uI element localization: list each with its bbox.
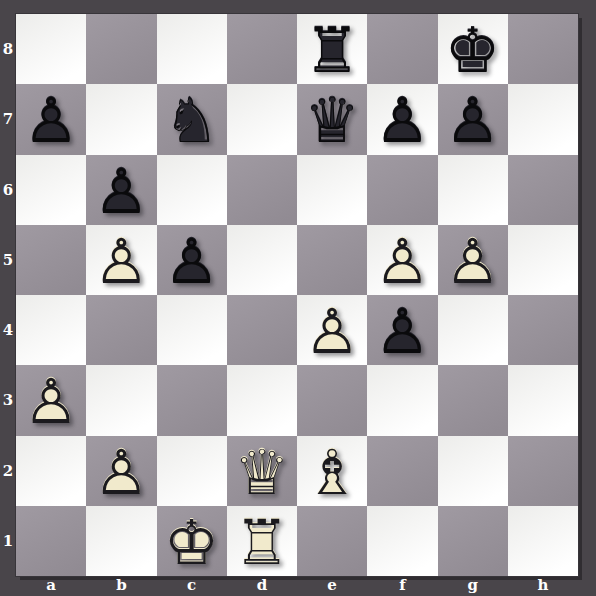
piece-outline-glyph: ♙	[438, 85, 508, 155]
square-f6[interactable]	[367, 155, 437, 225]
square-a7[interactable]: ♟♙	[16, 84, 86, 154]
piece-outline-glyph-char: ♙	[375, 90, 431, 152]
piece-outline-glyph-char: ♔	[445, 20, 501, 82]
square-a6[interactable]	[16, 155, 86, 225]
piece-white-queen[interactable]: ♛♕	[227, 436, 297, 506]
rank-label-6: 6	[0, 155, 16, 225]
square-d8[interactable]	[227, 14, 297, 84]
rank-label-3: 3	[0, 365, 16, 435]
piece-white-pawn[interactable]: ♟♙	[297, 295, 367, 365]
piece-outline-glyph-char: ♖	[304, 20, 360, 82]
square-e6[interactable]	[297, 155, 367, 225]
piece-outline-glyph-char: ♙	[375, 301, 431, 363]
piece-outline-glyph-char: ♙	[23, 371, 79, 433]
piece-white-pawn[interactable]: ♟♙	[16, 365, 86, 435]
square-f5[interactable]: ♟♙	[367, 225, 437, 295]
square-f4[interactable]: ♟♙	[367, 295, 437, 365]
piece-outline-glyph: ♔	[438, 15, 508, 85]
file-label-a: a	[16, 578, 86, 596]
rank-label-5: 5	[0, 225, 16, 295]
square-b4[interactable]	[86, 295, 156, 365]
piece-white-pawn[interactable]: ♟♙	[367, 225, 437, 295]
square-b7[interactable]	[86, 84, 156, 154]
square-d6[interactable]	[227, 155, 297, 225]
square-a8[interactable]	[16, 14, 86, 84]
piece-outline-glyph-char: ♘	[164, 90, 220, 152]
square-c6[interactable]	[157, 155, 227, 225]
rank-label-8: 8	[0, 14, 16, 84]
piece-black-pawn[interactable]: ♟♙	[438, 84, 508, 154]
piece-white-pawn[interactable]: ♟♙	[86, 436, 156, 506]
piece-outline-glyph-char: ♖	[234, 512, 290, 574]
square-c8[interactable]	[157, 14, 227, 84]
piece-outline-glyph: ♙	[86, 437, 156, 507]
piece-outline-glyph: ♕	[227, 437, 297, 507]
square-b5[interactable]: ♟♙	[86, 225, 156, 295]
rank-label-4: 4	[0, 295, 16, 365]
square-b2[interactable]: ♟♙	[86, 436, 156, 506]
piece-outline-glyph-char: ♙	[445, 231, 501, 293]
square-f8[interactable]	[367, 14, 437, 84]
square-d7[interactable]	[227, 84, 297, 154]
piece-black-rook[interactable]: ♜♖	[297, 14, 367, 84]
piece-outline-glyph-char: ♙	[94, 231, 150, 293]
square-c3[interactable]	[157, 365, 227, 435]
piece-outline-glyph-char: ♙	[304, 301, 360, 363]
square-g7[interactable]: ♟♙	[438, 84, 508, 154]
square-f1[interactable]	[367, 506, 437, 576]
square-a1[interactable]	[16, 506, 86, 576]
square-b8[interactable]	[86, 14, 156, 84]
piece-outline-glyph: ♘	[157, 85, 227, 155]
square-d5[interactable]	[227, 225, 297, 295]
square-h5[interactable]	[508, 225, 578, 295]
piece-outline-glyph: ♙	[297, 296, 367, 366]
square-e5[interactable]	[297, 225, 367, 295]
piece-outline-glyph: ♙	[86, 156, 156, 226]
square-e2[interactable]: ♝♗	[297, 436, 367, 506]
file-label-f: f	[367, 578, 437, 596]
square-d2[interactable]: ♛♕	[227, 436, 297, 506]
file-label-h: h	[508, 578, 578, 596]
piece-black-queen[interactable]: ♛♕	[297, 84, 367, 154]
piece-outline-glyph-char: ♙	[94, 161, 150, 223]
piece-outline-glyph: ♕	[297, 85, 367, 155]
piece-black-knight[interactable]: ♞♘	[157, 84, 227, 154]
square-b1[interactable]	[86, 506, 156, 576]
square-e8[interactable]: ♜♖	[297, 14, 367, 84]
piece-outline-glyph: ♙	[86, 226, 156, 296]
piece-black-pawn[interactable]: ♟♙	[157, 225, 227, 295]
piece-outline-glyph-char: ♙	[94, 442, 150, 504]
square-h8[interactable]	[508, 14, 578, 84]
piece-white-rook[interactable]: ♜♖	[227, 506, 297, 576]
piece-outline-glyph: ♙	[438, 226, 508, 296]
piece-outline-glyph-char: ♙	[445, 90, 501, 152]
piece-outline-glyph: ♙	[367, 85, 437, 155]
square-g3[interactable]	[438, 365, 508, 435]
square-h7[interactable]	[508, 84, 578, 154]
piece-black-pawn[interactable]: ♟♙	[16, 84, 86, 154]
square-b3[interactable]	[86, 365, 156, 435]
piece-outline-glyph-char: ♙	[164, 231, 220, 293]
square-g4[interactable]	[438, 295, 508, 365]
square-g5[interactable]: ♟♙	[438, 225, 508, 295]
square-a4[interactable]	[16, 295, 86, 365]
square-h3[interactable]	[508, 365, 578, 435]
square-d4[interactable]	[227, 295, 297, 365]
rank-label-2: 2	[0, 436, 16, 506]
square-g2[interactable]	[438, 436, 508, 506]
square-h2[interactable]	[508, 436, 578, 506]
piece-white-pawn[interactable]: ♟♙	[438, 225, 508, 295]
piece-outline-glyph: ♙	[157, 226, 227, 296]
square-g8[interactable]: ♚♔	[438, 14, 508, 84]
chess-diagram: 87654321 ♜♖♚♔♟♙♞♘♛♕♟♙♟♙♟♙♟♙♟♙♟♙♟♙♟♙♟♙♟♙♟…	[0, 0, 596, 596]
square-e3[interactable]	[297, 365, 367, 435]
file-label-g: g	[438, 578, 508, 596]
file-label-d: d	[227, 578, 297, 596]
square-c7[interactable]: ♞♘	[157, 84, 227, 154]
square-c5[interactable]: ♟♙	[157, 225, 227, 295]
chess-board: ♜♖♚♔♟♙♞♘♛♕♟♙♟♙♟♙♟♙♟♙♟♙♟♙♟♙♟♙♟♙♟♙♛♕♝♗♚♔♜♖	[16, 14, 578, 576]
rank-label-1: 1	[0, 506, 16, 576]
piece-outline-glyph: ♖	[297, 15, 367, 85]
file-label-b: b	[86, 578, 156, 596]
piece-outline-glyph: ♙	[367, 226, 437, 296]
piece-outline-glyph-char: ♕	[234, 442, 290, 504]
piece-outline-glyph: ♔	[157, 507, 227, 577]
piece-outline-glyph-char: ♕	[304, 90, 360, 152]
piece-outline-glyph-char: ♙	[23, 90, 79, 152]
square-f7[interactable]: ♟♙	[367, 84, 437, 154]
square-h1[interactable]	[508, 506, 578, 576]
square-c1[interactable]: ♚♔	[157, 506, 227, 576]
piece-white-pawn[interactable]: ♟♙	[86, 225, 156, 295]
piece-outline-glyph: ♙	[367, 296, 437, 366]
piece-white-king[interactable]: ♚♔	[157, 506, 227, 576]
piece-outline-glyph: ♙	[16, 85, 86, 155]
square-e1[interactable]	[297, 506, 367, 576]
square-h4[interactable]	[508, 295, 578, 365]
piece-outline-glyph-char: ♙	[375, 231, 431, 293]
square-e4[interactable]: ♟♙	[297, 295, 367, 365]
square-a5[interactable]	[16, 225, 86, 295]
piece-outline-glyph-char: ♔	[164, 512, 220, 574]
file-labels: abcdefgh	[16, 578, 578, 596]
piece-outline-glyph-char: ♗	[304, 442, 360, 504]
file-label-e: e	[297, 578, 367, 596]
square-g1[interactable]	[438, 506, 508, 576]
square-a2[interactable]	[16, 436, 86, 506]
square-f3[interactable]	[367, 365, 437, 435]
square-f2[interactable]	[367, 436, 437, 506]
piece-black-pawn[interactable]: ♟♙	[86, 155, 156, 225]
rank-label-7: 7	[0, 84, 16, 154]
square-d1[interactable]: ♜♖	[227, 506, 297, 576]
square-d3[interactable]	[227, 365, 297, 435]
piece-black-king[interactable]: ♚♔	[438, 14, 508, 84]
piece-outline-glyph: ♗	[297, 437, 367, 507]
piece-outline-glyph: ♖	[227, 507, 297, 577]
square-c4[interactable]	[157, 295, 227, 365]
square-g6[interactable]	[438, 155, 508, 225]
square-b6[interactable]: ♟♙	[86, 155, 156, 225]
piece-black-pawn[interactable]: ♟♙	[367, 295, 437, 365]
piece-outline-glyph: ♙	[16, 366, 86, 436]
rank-labels: 87654321	[0, 14, 16, 576]
square-h6[interactable]	[508, 155, 578, 225]
square-a3[interactable]: ♟♙	[16, 365, 86, 435]
piece-white-bishop[interactable]: ♝♗	[297, 436, 367, 506]
square-c2[interactable]	[157, 436, 227, 506]
piece-black-pawn[interactable]: ♟♙	[367, 84, 437, 154]
square-e7[interactable]: ♛♕	[297, 84, 367, 154]
file-label-c: c	[157, 578, 227, 596]
